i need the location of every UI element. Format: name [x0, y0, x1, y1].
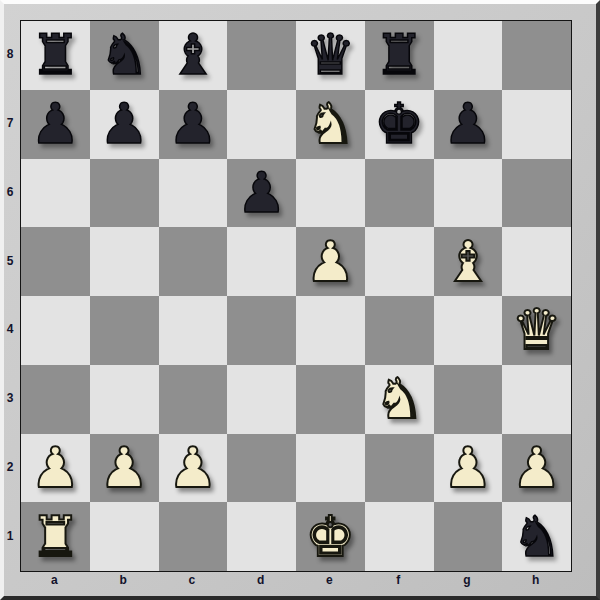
- square-a6[interactable]: [21, 159, 90, 228]
- black-pawn-icon: ♟: [21, 90, 90, 159]
- square-g2[interactable]: ♟: [434, 434, 503, 503]
- square-a1[interactable]: ♜: [21, 502, 90, 571]
- square-e3[interactable]: [296, 365, 365, 434]
- square-b7[interactable]: ♟: [90, 90, 159, 159]
- square-h2[interactable]: ♟: [502, 434, 571, 503]
- black-knight-icon: ♞: [502, 502, 571, 571]
- square-h5[interactable]: [502, 227, 571, 296]
- square-a5[interactable]: [21, 227, 90, 296]
- square-b1[interactable]: [90, 502, 159, 571]
- square-e1[interactable]: ♚: [296, 502, 365, 571]
- white-pawn-icon: ♟: [296, 227, 365, 296]
- square-h4[interactable]: ♛: [502, 296, 571, 365]
- square-a3[interactable]: [21, 365, 90, 434]
- black-pawn-icon: ♟: [159, 90, 228, 159]
- square-h7[interactable]: [502, 90, 571, 159]
- black-king-icon: ♚: [365, 90, 434, 159]
- white-pawn-icon: ♟: [434, 434, 503, 503]
- black-bishop-icon: ♝: [159, 21, 228, 90]
- white-rook-icon: ♜: [21, 502, 90, 571]
- square-e8[interactable]: ♛: [296, 21, 365, 90]
- white-pawn-icon: ♟: [21, 434, 90, 503]
- square-f2[interactable]: [365, 434, 434, 503]
- square-d7[interactable]: [227, 90, 296, 159]
- white-knight-icon: ♞: [296, 90, 365, 159]
- square-g4[interactable]: [434, 296, 503, 365]
- file-label-h: h: [501, 573, 570, 587]
- square-g3[interactable]: [434, 365, 503, 434]
- square-a2[interactable]: ♟: [21, 434, 90, 503]
- square-b4[interactable]: [90, 296, 159, 365]
- white-bishop-icon: ♝: [434, 227, 503, 296]
- file-label-g: g: [433, 573, 502, 587]
- square-d3[interactable]: [227, 365, 296, 434]
- square-g8[interactable]: [434, 21, 503, 90]
- rank-label-7: 7: [0, 89, 20, 158]
- rank-label-1: 1: [0, 501, 20, 570]
- square-b5[interactable]: [90, 227, 159, 296]
- square-f3[interactable]: ♞: [365, 365, 434, 434]
- white-queen-icon: ♛: [502, 296, 571, 365]
- square-b6[interactable]: [90, 159, 159, 228]
- square-d1[interactable]: [227, 502, 296, 571]
- square-f5[interactable]: [365, 227, 434, 296]
- square-c8[interactable]: ♝: [159, 21, 228, 90]
- square-c3[interactable]: [159, 365, 228, 434]
- square-d5[interactable]: [227, 227, 296, 296]
- rank-labels: 87654321: [0, 20, 20, 570]
- square-e6[interactable]: [296, 159, 365, 228]
- black-pawn-icon: ♟: [227, 159, 296, 228]
- white-pawn-icon: ♟: [90, 434, 159, 503]
- square-a8[interactable]: ♜: [21, 21, 90, 90]
- file-label-f: f: [364, 573, 433, 587]
- square-c2[interactable]: ♟: [159, 434, 228, 503]
- square-a7[interactable]: ♟: [21, 90, 90, 159]
- square-g6[interactable]: [434, 159, 503, 228]
- square-g1[interactable]: [434, 502, 503, 571]
- file-labels: abcdefgh: [20, 573, 570, 587]
- square-f8[interactable]: ♜: [365, 21, 434, 90]
- black-pawn-icon: ♟: [434, 90, 503, 159]
- black-pawn-icon: ♟: [90, 90, 159, 159]
- square-c4[interactable]: [159, 296, 228, 365]
- file-label-b: b: [89, 573, 158, 587]
- square-e5[interactable]: ♟: [296, 227, 365, 296]
- square-e4[interactable]: [296, 296, 365, 365]
- black-queen-icon: ♛: [296, 21, 365, 90]
- square-d4[interactable]: [227, 296, 296, 365]
- white-knight-icon: ♞: [365, 365, 434, 434]
- square-h6[interactable]: [502, 159, 571, 228]
- square-a4[interactable]: [21, 296, 90, 365]
- black-knight-icon: ♞: [90, 21, 159, 90]
- square-f1[interactable]: [365, 502, 434, 571]
- file-label-e: e: [295, 573, 364, 587]
- square-f7[interactable]: ♚: [365, 90, 434, 159]
- square-e7[interactable]: ♞: [296, 90, 365, 159]
- square-d6[interactable]: ♟: [227, 159, 296, 228]
- square-d2[interactable]: [227, 434, 296, 503]
- rank-label-2: 2: [0, 433, 20, 502]
- square-b3[interactable]: [90, 365, 159, 434]
- square-h3[interactable]: [502, 365, 571, 434]
- rank-label-4: 4: [0, 295, 20, 364]
- white-king-icon: ♚: [296, 502, 365, 571]
- square-e2[interactable]: [296, 434, 365, 503]
- square-c6[interactable]: [159, 159, 228, 228]
- rank-label-8: 8: [0, 20, 20, 89]
- file-label-c: c: [158, 573, 227, 587]
- square-c7[interactable]: ♟: [159, 90, 228, 159]
- square-g7[interactable]: ♟: [434, 90, 503, 159]
- square-c5[interactable]: [159, 227, 228, 296]
- black-rook-icon: ♜: [365, 21, 434, 90]
- square-d8[interactable]: [227, 21, 296, 90]
- file-label-d: d: [226, 573, 295, 587]
- square-h1[interactable]: ♞: [502, 502, 571, 571]
- rank-label-6: 6: [0, 158, 20, 227]
- white-pawn-icon: ♟: [159, 434, 228, 503]
- rank-label-3: 3: [0, 364, 20, 433]
- square-g5[interactable]: ♝: [434, 227, 503, 296]
- board: ♜♞♝♛♜♟♟♟♞♚♟♟♟♝♛♞♟♟♟♟♟♜♚♞: [20, 20, 572, 572]
- rank-label-5: 5: [0, 226, 20, 295]
- square-h8[interactable]: [502, 21, 571, 90]
- file-label-a: a: [20, 573, 89, 587]
- square-b8[interactable]: ♞: [90, 21, 159, 90]
- square-b2[interactable]: ♟: [90, 434, 159, 503]
- black-rook-icon: ♜: [21, 21, 90, 90]
- square-f4[interactable]: [365, 296, 434, 365]
- square-f6[interactable]: [365, 159, 434, 228]
- square-c1[interactable]: [159, 502, 228, 571]
- white-pawn-icon: ♟: [502, 434, 571, 503]
